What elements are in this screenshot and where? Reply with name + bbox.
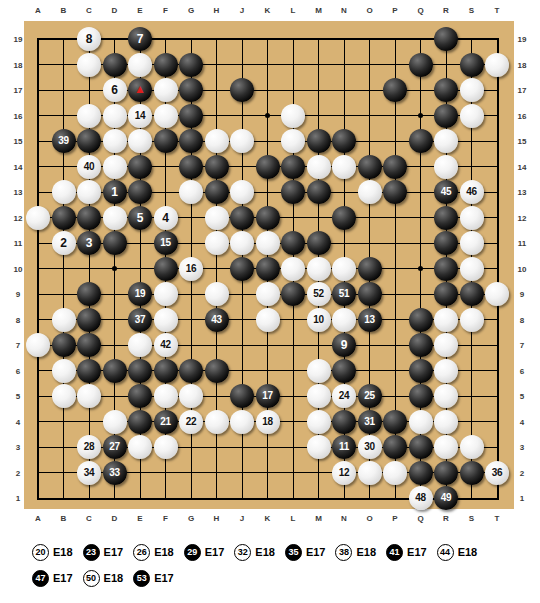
cell-B19[interactable] [51,26,77,52]
cell-H8[interactable]: 43 [204,307,230,333]
cell-K8[interactable] [255,307,281,333]
cell-P12[interactable] [382,205,408,231]
cell-R4[interactable] [433,409,459,435]
cell-E13[interactable] [127,179,153,205]
cell-H19[interactable] [204,26,230,52]
cell-K7[interactable] [255,332,281,358]
cell-Q16[interactable] [408,103,434,129]
cell-R5[interactable] [433,383,459,409]
cell-C18[interactable] [76,52,102,78]
cell-J18[interactable] [229,52,255,78]
cell-B6[interactable] [51,358,77,384]
cell-F1[interactable] [153,485,179,511]
cell-B13[interactable] [51,179,77,205]
cell-S7[interactable] [459,332,485,358]
cell-M7[interactable] [306,332,332,358]
cell-P5[interactable] [382,383,408,409]
cell-L9[interactable] [280,281,306,307]
cell-S13[interactable]: 46 [459,179,485,205]
cell-R12[interactable] [433,205,459,231]
cell-H10[interactable] [204,256,230,282]
cell-C17[interactable] [76,77,102,103]
cell-Q7[interactable] [408,332,434,358]
cell-O14[interactable] [357,154,383,180]
cell-F2[interactable] [153,460,179,486]
cell-L13[interactable] [280,179,306,205]
cell-P13[interactable] [382,179,408,205]
cell-Q11[interactable] [408,230,434,256]
cell-F13[interactable] [153,179,179,205]
cell-C4[interactable] [76,409,102,435]
cell-E16[interactable]: 14 [127,103,153,129]
cell-B7[interactable] [51,332,77,358]
cell-B2[interactable] [51,460,77,486]
cell-K9[interactable] [255,281,281,307]
cell-D13[interactable]: 1 [102,179,128,205]
cell-N14[interactable] [331,154,357,180]
cell-L12[interactable] [280,205,306,231]
cell-P15[interactable] [382,128,408,154]
cell-Q5[interactable] [408,383,434,409]
cell-C10[interactable] [76,256,102,282]
cell-O9[interactable] [357,281,383,307]
cell-L7[interactable] [280,332,306,358]
cell-E10[interactable] [127,256,153,282]
cell-P7[interactable] [382,332,408,358]
cell-L14[interactable] [280,154,306,180]
cell-R2[interactable] [433,460,459,486]
cell-E19[interactable]: 7 [127,26,153,52]
cell-T8[interactable] [484,307,510,333]
cell-T10[interactable] [484,256,510,282]
cell-Q1[interactable]: 48 [408,485,434,511]
cell-H14[interactable] [204,154,230,180]
cell-K18[interactable] [255,52,281,78]
cell-J4[interactable] [229,409,255,435]
cell-E18[interactable] [127,52,153,78]
cell-J6[interactable] [229,358,255,384]
cell-F6[interactable] [153,358,179,384]
cell-Q3[interactable] [408,434,434,460]
cell-Q14[interactable] [408,154,434,180]
cell-B5[interactable] [51,383,77,409]
cell-B3[interactable] [51,434,77,460]
cell-G13[interactable] [178,179,204,205]
cell-E14[interactable] [127,154,153,180]
cell-Q10[interactable] [408,256,434,282]
cell-G18[interactable] [178,52,204,78]
cell-K14[interactable] [255,154,281,180]
cell-G14[interactable] [178,154,204,180]
cell-D1[interactable] [102,485,128,511]
cell-C5[interactable] [76,383,102,409]
cell-G5[interactable] [178,383,204,409]
cell-J2[interactable] [229,460,255,486]
cell-L15[interactable] [280,128,306,154]
cell-H15[interactable] [204,128,230,154]
cell-C8[interactable] [76,307,102,333]
cell-P14[interactable] [382,154,408,180]
cell-F4[interactable]: 21 [153,409,179,435]
cell-T12[interactable] [484,205,510,231]
cell-E5[interactable] [127,383,153,409]
cell-A1[interactable] [25,485,51,511]
cell-O8[interactable]: 13 [357,307,383,333]
cell-R13[interactable]: 45 [433,179,459,205]
cell-G1[interactable] [178,485,204,511]
cell-C7[interactable] [76,332,102,358]
cell-R15[interactable] [433,128,459,154]
cell-G9[interactable] [178,281,204,307]
cell-B8[interactable] [51,307,77,333]
cell-D15[interactable] [102,128,128,154]
cell-M4[interactable] [306,409,332,435]
cell-S14[interactable] [459,154,485,180]
cell-A18[interactable] [25,52,51,78]
cell-C2[interactable]: 34 [76,460,102,486]
cell-M2[interactable] [306,460,332,486]
cell-N11[interactable] [331,230,357,256]
cell-A8[interactable] [25,307,51,333]
cell-N16[interactable] [331,103,357,129]
cell-C3[interactable]: 28 [76,434,102,460]
cell-E17[interactable]: ▲ [127,77,153,103]
cell-O1[interactable] [357,485,383,511]
cell-K15[interactable] [255,128,281,154]
cell-S9[interactable] [459,281,485,307]
cell-E8[interactable]: 37 [127,307,153,333]
cell-S18[interactable] [459,52,485,78]
cell-G7[interactable] [178,332,204,358]
cell-E1[interactable] [127,485,153,511]
cell-A9[interactable] [25,281,51,307]
cell-S5[interactable] [459,383,485,409]
cell-J12[interactable] [229,205,255,231]
cell-K11[interactable] [255,230,281,256]
cell-S6[interactable] [459,358,485,384]
cell-P3[interactable] [382,434,408,460]
cell-S11[interactable] [459,230,485,256]
cell-P18[interactable] [382,52,408,78]
cell-N6[interactable] [331,358,357,384]
cell-M10[interactable] [306,256,332,282]
cell-C15[interactable] [76,128,102,154]
cell-N19[interactable] [331,26,357,52]
cell-K17[interactable] [255,77,281,103]
cell-A16[interactable] [25,103,51,129]
cell-A4[interactable] [25,409,51,435]
cell-O10[interactable] [357,256,383,282]
cell-S16[interactable] [459,103,485,129]
cell-N7[interactable]: 9 [331,332,357,358]
cell-D16[interactable] [102,103,128,129]
cell-R17[interactable] [433,77,459,103]
cell-N5[interactable]: 24 [331,383,357,409]
cell-Q6[interactable] [408,358,434,384]
cell-H3[interactable] [204,434,230,460]
cell-G15[interactable] [178,128,204,154]
cell-N8[interactable] [331,307,357,333]
cell-G11[interactable] [178,230,204,256]
cell-J7[interactable] [229,332,255,358]
cell-E15[interactable] [127,128,153,154]
cell-B14[interactable] [51,154,77,180]
cell-T19[interactable] [484,26,510,52]
cell-B4[interactable] [51,409,77,435]
cell-D17[interactable]: 6 [102,77,128,103]
cell-A5[interactable] [25,383,51,409]
cell-H11[interactable] [204,230,230,256]
cell-K1[interactable] [255,485,281,511]
cell-F19[interactable] [153,26,179,52]
cell-O16[interactable] [357,103,383,129]
cell-K4[interactable]: 18 [255,409,281,435]
cell-H5[interactable] [204,383,230,409]
cell-B12[interactable] [51,205,77,231]
cell-Q12[interactable] [408,205,434,231]
cell-L17[interactable] [280,77,306,103]
cell-M8[interactable]: 10 [306,307,332,333]
cell-H16[interactable] [204,103,230,129]
cell-K6[interactable] [255,358,281,384]
cell-B18[interactable] [51,52,77,78]
cell-T1[interactable] [484,485,510,511]
cell-A10[interactable] [25,256,51,282]
cell-D7[interactable] [102,332,128,358]
cell-L5[interactable] [280,383,306,409]
cell-K5[interactable]: 17 [255,383,281,409]
cell-L16[interactable] [280,103,306,129]
cell-A15[interactable] [25,128,51,154]
cell-H17[interactable] [204,77,230,103]
cell-R10[interactable] [433,256,459,282]
cell-M9[interactable]: 52 [306,281,332,307]
cell-T7[interactable] [484,332,510,358]
cell-D3[interactable]: 27 [102,434,128,460]
cell-T9[interactable] [484,281,510,307]
cell-J15[interactable] [229,128,255,154]
cell-J17[interactable] [229,77,255,103]
cell-N15[interactable] [331,128,357,154]
cell-H2[interactable] [204,460,230,486]
cell-F17[interactable] [153,77,179,103]
cell-P10[interactable] [382,256,408,282]
cell-J3[interactable] [229,434,255,460]
cell-G12[interactable] [178,205,204,231]
cell-N9[interactable]: 51 [331,281,357,307]
cell-P1[interactable] [382,485,408,511]
cell-F15[interactable] [153,128,179,154]
cell-K12[interactable] [255,205,281,231]
cell-T16[interactable] [484,103,510,129]
cell-L10[interactable] [280,256,306,282]
cell-G8[interactable] [178,307,204,333]
cell-R11[interactable] [433,230,459,256]
cell-T18[interactable] [484,52,510,78]
cell-M19[interactable] [306,26,332,52]
cell-D19[interactable] [102,26,128,52]
cell-M6[interactable] [306,358,332,384]
cell-A12[interactable] [25,205,51,231]
cell-D6[interactable] [102,358,128,384]
cell-P6[interactable] [382,358,408,384]
cell-K16[interactable] [255,103,281,129]
cell-R7[interactable] [433,332,459,358]
cell-F18[interactable] [153,52,179,78]
cell-J13[interactable] [229,179,255,205]
cell-P16[interactable] [382,103,408,129]
cell-R8[interactable] [433,307,459,333]
cell-H12[interactable] [204,205,230,231]
cell-G6[interactable] [178,358,204,384]
cell-B17[interactable] [51,77,77,103]
cell-G19[interactable] [178,26,204,52]
cell-J8[interactable] [229,307,255,333]
cell-F8[interactable] [153,307,179,333]
cell-R14[interactable] [433,154,459,180]
cell-C6[interactable] [76,358,102,384]
cell-T3[interactable] [484,434,510,460]
cell-C13[interactable] [76,179,102,205]
cell-B10[interactable] [51,256,77,282]
cell-T2[interactable]: 36 [484,460,510,486]
cell-S19[interactable] [459,26,485,52]
cell-E7[interactable] [127,332,153,358]
cell-J5[interactable] [229,383,255,409]
cell-A13[interactable] [25,179,51,205]
cell-O4[interactable]: 31 [357,409,383,435]
cell-A7[interactable] [25,332,51,358]
cell-H13[interactable] [204,179,230,205]
cell-R9[interactable] [433,281,459,307]
cell-J1[interactable] [229,485,255,511]
cell-L3[interactable] [280,434,306,460]
cell-F7[interactable]: 42 [153,332,179,358]
cell-O3[interactable]: 30 [357,434,383,460]
cell-G10[interactable]: 16 [178,256,204,282]
cell-L2[interactable] [280,460,306,486]
cell-P19[interactable] [382,26,408,52]
cell-N2[interactable]: 12 [331,460,357,486]
cell-T11[interactable] [484,230,510,256]
cell-P4[interactable] [382,409,408,435]
cell-E2[interactable] [127,460,153,486]
cell-D12[interactable] [102,205,128,231]
cell-L11[interactable] [280,230,306,256]
cell-F16[interactable] [153,103,179,129]
cell-P9[interactable] [382,281,408,307]
cell-H7[interactable] [204,332,230,358]
cell-A17[interactable] [25,77,51,103]
cell-J11[interactable] [229,230,255,256]
cell-M17[interactable] [306,77,332,103]
cell-J14[interactable] [229,154,255,180]
cell-R1[interactable]: 49 [433,485,459,511]
cell-O19[interactable] [357,26,383,52]
cell-N1[interactable] [331,485,357,511]
cell-P2[interactable] [382,460,408,486]
cell-L1[interactable] [280,485,306,511]
cell-A3[interactable] [25,434,51,460]
cell-R18[interactable] [433,52,459,78]
cell-F3[interactable] [153,434,179,460]
cell-O7[interactable] [357,332,383,358]
cell-N18[interactable] [331,52,357,78]
cell-T6[interactable] [484,358,510,384]
cell-R3[interactable] [433,434,459,460]
cell-N12[interactable] [331,205,357,231]
cell-M1[interactable] [306,485,332,511]
cell-R19[interactable] [433,26,459,52]
cell-R16[interactable] [433,103,459,129]
cell-G17[interactable] [178,77,204,103]
cell-K3[interactable] [255,434,281,460]
cell-S2[interactable] [459,460,485,486]
cell-T5[interactable] [484,383,510,409]
cell-M18[interactable] [306,52,332,78]
cell-H9[interactable] [204,281,230,307]
cell-G16[interactable] [178,103,204,129]
cell-T15[interactable] [484,128,510,154]
cell-B16[interactable] [51,103,77,129]
cell-S1[interactable] [459,485,485,511]
cell-L4[interactable] [280,409,306,435]
cell-P17[interactable] [382,77,408,103]
cell-N4[interactable] [331,409,357,435]
cell-Q19[interactable] [408,26,434,52]
cell-C16[interactable] [76,103,102,129]
cell-S15[interactable] [459,128,485,154]
cell-E3[interactable] [127,434,153,460]
cell-F11[interactable]: 15 [153,230,179,256]
cell-F10[interactable] [153,256,179,282]
cell-S17[interactable] [459,77,485,103]
cell-Q18[interactable] [408,52,434,78]
cell-M12[interactable] [306,205,332,231]
cell-O13[interactable] [357,179,383,205]
cell-A11[interactable] [25,230,51,256]
cell-A14[interactable] [25,154,51,180]
cell-O12[interactable] [357,205,383,231]
cell-P11[interactable] [382,230,408,256]
cell-D4[interactable] [102,409,128,435]
cell-Q15[interactable] [408,128,434,154]
cell-J16[interactable] [229,103,255,129]
cell-C14[interactable]: 40 [76,154,102,180]
cell-Q17[interactable] [408,77,434,103]
cell-M15[interactable] [306,128,332,154]
cell-J19[interactable] [229,26,255,52]
cell-O11[interactable] [357,230,383,256]
cell-L18[interactable] [280,52,306,78]
cell-N17[interactable] [331,77,357,103]
cell-R6[interactable] [433,358,459,384]
cell-M16[interactable] [306,103,332,129]
cell-B1[interactable] [51,485,77,511]
cell-O18[interactable] [357,52,383,78]
cell-S4[interactable] [459,409,485,435]
cell-A6[interactable] [25,358,51,384]
cell-L8[interactable] [280,307,306,333]
cell-F14[interactable] [153,154,179,180]
cell-L19[interactable] [280,26,306,52]
cell-J10[interactable] [229,256,255,282]
cell-E12[interactable]: 5 [127,205,153,231]
cell-J9[interactable] [229,281,255,307]
cell-Q2[interactable] [408,460,434,486]
cell-P8[interactable] [382,307,408,333]
cell-S8[interactable] [459,307,485,333]
